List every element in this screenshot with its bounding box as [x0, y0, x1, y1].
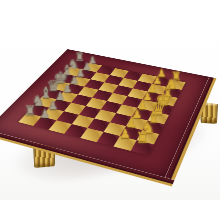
piece-black-pawn-a7[interactable]: ♟: [35, 104, 54, 123]
piece-white-rook-a1[interactable]: ♜: [132, 127, 153, 148]
chess-set-photo: ♜♞♝♛♚♝♞♜♟♟♟♟♟♟♟♟♟♟♟♟♟♟♟♟♜♞♝♛♚♝♞♜: [0, 0, 220, 200]
